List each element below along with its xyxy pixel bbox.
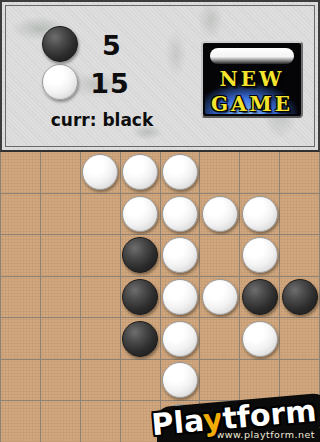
board-cell-r4c5[interactable] [200, 318, 239, 359]
board-cell-r4c7[interactable] [280, 318, 319, 359]
board-cell-r1c0[interactable] [1, 194, 40, 235]
board-cell-r3c5[interactable] [200, 277, 239, 318]
board-cell-r3c2[interactable] [81, 277, 120, 318]
white-stone [162, 237, 198, 273]
board-cell-r5c0[interactable] [1, 360, 40, 401]
black-stone [242, 279, 278, 315]
board-cell-r0c4[interactable] [161, 152, 200, 193]
board-cell-r1c3[interactable] [121, 194, 160, 235]
board-cell-r1c5[interactable] [200, 194, 239, 235]
board-cell-r1c7[interactable] [280, 194, 319, 235]
new-game-button-gloss [210, 48, 294, 64]
playtform-watermark: www.playtform.net Playtform [155, 390, 320, 442]
game-screen: 5 15 curr: black NEW GAME www.playtform.… [0, 0, 320, 442]
white-stone [162, 279, 198, 315]
board-cell-r2c6[interactable] [240, 235, 279, 276]
white-stone [162, 321, 198, 357]
new-game-button[interactable]: NEW GAME [201, 41, 303, 118]
current-turn-label: curr: black [32, 110, 172, 130]
black-score-count: 5 [82, 30, 142, 61]
board-cell-r6c1[interactable] [41, 401, 80, 442]
board-cell-r1c2[interactable] [81, 194, 120, 235]
board-cell-r3c0[interactable] [1, 277, 40, 318]
board-cell-r0c5[interactable] [200, 152, 239, 193]
white-stone [242, 321, 278, 357]
board-cell-r1c1[interactable] [41, 194, 80, 235]
white-stone [162, 196, 198, 232]
board-cell-r4c2[interactable] [81, 318, 120, 359]
board-cell-r2c3[interactable] [121, 235, 160, 276]
board-cell-r2c0[interactable] [1, 235, 40, 276]
black-stone [122, 237, 158, 273]
board-cell-r3c1[interactable] [41, 277, 80, 318]
white-stone [242, 237, 278, 273]
white-stone [122, 154, 158, 190]
new-game-line2: GAME [203, 92, 301, 117]
score-panel: 5 15 curr: black NEW GAME [0, 0, 320, 152]
board-cell-r1c6[interactable] [240, 194, 279, 235]
board-cell-r2c7[interactable] [280, 235, 319, 276]
board-cell-r4c6[interactable] [240, 318, 279, 359]
white-stone [202, 196, 238, 232]
board-cell-r0c1[interactable] [41, 152, 80, 193]
board-cell-r0c7[interactable] [280, 152, 319, 193]
board-cell-r2c4[interactable] [161, 235, 200, 276]
board-cell-r3c6[interactable] [240, 277, 279, 318]
board-cell-r4c0[interactable] [1, 318, 40, 359]
black-stone [122, 321, 158, 357]
new-game-line1: NEW [203, 67, 301, 92]
board-cell-r6c2[interactable] [81, 401, 120, 442]
board-cell-r4c1[interactable] [41, 318, 80, 359]
board-cell-r5c1[interactable] [41, 360, 80, 401]
black-stone [282, 279, 318, 315]
board-cell-r0c3[interactable] [121, 152, 160, 193]
black-score-stone-icon [42, 26, 78, 62]
board-cell-r4c4[interactable] [161, 318, 200, 359]
board-cell-r0c2[interactable] [81, 152, 120, 193]
white-stone [202, 279, 238, 315]
board-cell-r2c1[interactable] [41, 235, 80, 276]
new-game-button-label: NEW GAME [203, 67, 301, 117]
board-cell-r3c3[interactable] [121, 277, 160, 318]
white-score-stone-icon [42, 64, 78, 100]
white-stone [82, 154, 118, 190]
board-cell-r2c2[interactable] [81, 235, 120, 276]
black-stone [122, 279, 158, 315]
board-cell-r5c3[interactable] [121, 360, 160, 401]
board-cell-r2c5[interactable] [200, 235, 239, 276]
board-cell-r1c4[interactable] [161, 194, 200, 235]
board-cell-r4c3[interactable] [121, 318, 160, 359]
white-score-count: 15 [80, 68, 140, 99]
board-cell-r0c0[interactable] [1, 152, 40, 193]
board-cell-r0c6[interactable] [240, 152, 279, 193]
board-cell-r3c4[interactable] [161, 277, 200, 318]
white-stone [162, 154, 198, 190]
board-cell-r5c2[interactable] [81, 360, 120, 401]
board-cell-r6c0[interactable] [1, 401, 40, 442]
board-cell-r3c7[interactable] [280, 277, 319, 318]
white-stone [242, 196, 278, 232]
white-stone [122, 196, 158, 232]
logo-text-pre: Pla [150, 403, 204, 442]
